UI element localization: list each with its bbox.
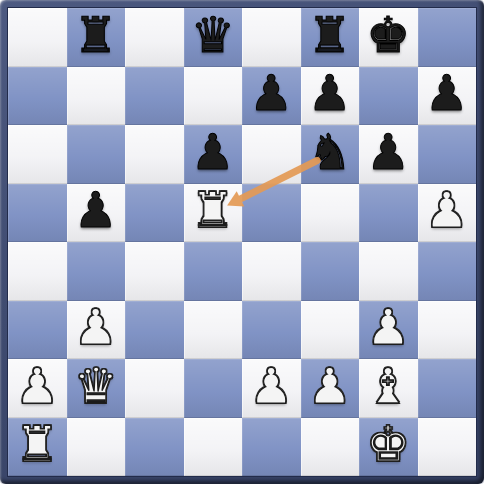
- piece-bK-g8[interactable]: ♚: [366, 11, 410, 60]
- square-f4[interactable]: [301, 242, 360, 301]
- square-f6[interactable]: ♞: [301, 125, 360, 184]
- square-h2[interactable]: [418, 359, 477, 418]
- piece-bR-f8[interactable]: ♜: [308, 11, 352, 60]
- square-f2[interactable]: ♟: [301, 359, 360, 418]
- square-g8[interactable]: ♚: [359, 8, 418, 67]
- piece-wR-a1[interactable]: ♜: [15, 420, 59, 469]
- square-b7[interactable]: [67, 67, 126, 126]
- piece-bP-h7[interactable]: ♟: [425, 69, 469, 118]
- square-e8[interactable]: [242, 8, 301, 67]
- square-g4[interactable]: [359, 242, 418, 301]
- square-g6[interactable]: ♟: [359, 125, 418, 184]
- square-h8[interactable]: [418, 8, 477, 67]
- piece-bR-b8[interactable]: ♜: [74, 11, 118, 60]
- piece-bP-b5[interactable]: ♟: [74, 186, 118, 235]
- chess-diagram: ♜♛♜♚♟♟♟♟♞♟♟♜♟♟♟♟♛♟♟♝♜♚: [0, 0, 484, 484]
- square-c2[interactable]: [125, 359, 184, 418]
- square-a2[interactable]: ♟: [8, 359, 67, 418]
- square-a8[interactable]: [8, 8, 67, 67]
- square-e4[interactable]: [242, 242, 301, 301]
- chess-board: ♜♛♜♚♟♟♟♟♞♟♟♜♟♟♟♟♛♟♟♝♜♚: [8, 8, 476, 476]
- piece-wP-h5[interactable]: ♟: [425, 186, 469, 235]
- square-g3[interactable]: ♟: [359, 301, 418, 360]
- square-f5[interactable]: [301, 184, 360, 243]
- square-a6[interactable]: [8, 125, 67, 184]
- piece-wP-b3[interactable]: ♟: [74, 303, 118, 352]
- square-g7[interactable]: [359, 67, 418, 126]
- square-g2[interactable]: ♝: [359, 359, 418, 418]
- square-d7[interactable]: [184, 67, 243, 126]
- square-b8[interactable]: ♜: [67, 8, 126, 67]
- square-f8[interactable]: ♜: [301, 8, 360, 67]
- piece-wK-g1[interactable]: ♚: [366, 420, 410, 469]
- square-g1[interactable]: ♚: [359, 418, 418, 477]
- square-a5[interactable]: [8, 184, 67, 243]
- square-b3[interactable]: ♟: [67, 301, 126, 360]
- piece-wR-d5[interactable]: ♜: [191, 186, 235, 235]
- piece-wQ-b2[interactable]: ♛: [74, 362, 118, 411]
- square-e2[interactable]: ♟: [242, 359, 301, 418]
- square-b5[interactable]: ♟: [67, 184, 126, 243]
- square-h6[interactable]: [418, 125, 477, 184]
- piece-wP-f2[interactable]: ♟: [308, 362, 352, 411]
- square-e7[interactable]: ♟: [242, 67, 301, 126]
- square-f1[interactable]: [301, 418, 360, 477]
- square-c8[interactable]: [125, 8, 184, 67]
- piece-bN-f6[interactable]: ♞: [308, 128, 352, 177]
- square-h1[interactable]: [418, 418, 477, 477]
- square-g5[interactable]: [359, 184, 418, 243]
- square-h3[interactable]: [418, 301, 477, 360]
- square-c5[interactable]: [125, 184, 184, 243]
- square-c7[interactable]: [125, 67, 184, 126]
- square-c6[interactable]: [125, 125, 184, 184]
- square-a3[interactable]: [8, 301, 67, 360]
- square-h7[interactable]: ♟: [418, 67, 477, 126]
- piece-bP-f7[interactable]: ♟: [308, 69, 352, 118]
- square-e3[interactable]: [242, 301, 301, 360]
- square-d4[interactable]: [184, 242, 243, 301]
- square-e6[interactable]: [242, 125, 301, 184]
- square-d5[interactable]: ♜: [184, 184, 243, 243]
- square-c1[interactable]: [125, 418, 184, 477]
- square-a1[interactable]: ♜: [8, 418, 67, 477]
- square-d6[interactable]: ♟: [184, 125, 243, 184]
- piece-bP-g6[interactable]: ♟: [366, 128, 410, 177]
- square-h5[interactable]: ♟: [418, 184, 477, 243]
- square-d2[interactable]: [184, 359, 243, 418]
- piece-wP-g3[interactable]: ♟: [366, 303, 410, 352]
- square-b2[interactable]: ♛: [67, 359, 126, 418]
- square-a7[interactable]: [8, 67, 67, 126]
- square-e5[interactable]: [242, 184, 301, 243]
- square-d3[interactable]: [184, 301, 243, 360]
- square-f7[interactable]: ♟: [301, 67, 360, 126]
- square-d1[interactable]: [184, 418, 243, 477]
- square-b1[interactable]: [67, 418, 126, 477]
- piece-wP-a2[interactable]: ♟: [15, 362, 59, 411]
- square-d8[interactable]: ♛: [184, 8, 243, 67]
- square-e1[interactable]: [242, 418, 301, 477]
- piece-bQ-d8[interactable]: ♛: [191, 11, 235, 60]
- square-c4[interactable]: [125, 242, 184, 301]
- square-f3[interactable]: [301, 301, 360, 360]
- square-c3[interactable]: [125, 301, 184, 360]
- piece-wB-g2[interactable]: ♝: [366, 362, 410, 411]
- square-b6[interactable]: [67, 125, 126, 184]
- piece-bP-d6[interactable]: ♟: [191, 128, 235, 177]
- board-frame: ♜♛♜♚♟♟♟♟♞♟♟♜♟♟♟♟♛♟♟♝♜♚: [0, 0, 484, 484]
- piece-wP-e2[interactable]: ♟: [249, 362, 293, 411]
- square-b4[interactable]: [67, 242, 126, 301]
- square-a4[interactable]: [8, 242, 67, 301]
- square-h4[interactable]: [418, 242, 477, 301]
- piece-bP-e7[interactable]: ♟: [249, 69, 293, 118]
